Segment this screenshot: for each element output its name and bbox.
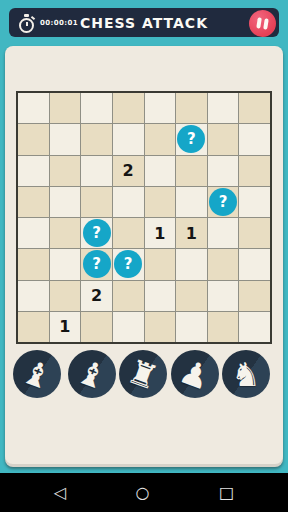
tray-piece-rook-2[interactable]: ♜ — [119, 350, 167, 398]
board-cell-r3c2[interactable] — [81, 187, 112, 217]
board-cell-r4c2[interactable]: ? — [81, 218, 112, 248]
attack-count-clue: 1 — [154, 224, 165, 243]
app-screen: 00:00:01 CHESS ATTACK ?2??11??21 ♝♝♜♟♞ ◁… — [0, 0, 288, 512]
board-cell-r4c6[interactable] — [208, 218, 239, 248]
board-cell-r0c5[interactable] — [176, 93, 207, 123]
board-cell-r0c7[interactable] — [239, 93, 270, 123]
board-cell-r7c7[interactable] — [239, 312, 270, 342]
board-cell-r1c5[interactable]: ? — [176, 124, 207, 154]
hidden-piece-token[interactable]: ? — [177, 125, 205, 153]
tray-piece-bishop-1[interactable]: ♝ — [68, 350, 116, 398]
board-cell-r6c3[interactable] — [113, 281, 144, 311]
board-cell-r6c7[interactable] — [239, 281, 270, 311]
pause-icon — [256, 17, 269, 30]
board-cell-r3c0[interactable] — [18, 187, 49, 217]
bishop-icon: ♝ — [72, 353, 111, 394]
page-title: CHESS ATTACK — [9, 15, 279, 31]
board-cell-r2c7[interactable] — [239, 156, 270, 186]
board-cell-r3c1[interactable] — [50, 187, 81, 217]
tray-piece-bishop-0[interactable]: ♝ — [13, 350, 61, 398]
board-cell-r4c1[interactable] — [50, 218, 81, 248]
board-cell-r1c7[interactable] — [239, 124, 270, 154]
board-cell-r0c4[interactable] — [145, 93, 176, 123]
hidden-piece-token[interactable]: ? — [114, 250, 142, 278]
rook-icon: ♜ — [123, 353, 162, 394]
board-cell-r4c4[interactable]: 1 — [145, 218, 176, 248]
knight-icon: ♞ — [231, 358, 261, 391]
board-cell-r0c3[interactable] — [113, 93, 144, 123]
board-cell-r5c1[interactable] — [50, 249, 81, 279]
board-cell-r6c6[interactable] — [208, 281, 239, 311]
board-cell-r2c4[interactable] — [145, 156, 176, 186]
board-cell-r1c0[interactable] — [18, 124, 49, 154]
board-cell-r7c6[interactable] — [208, 312, 239, 342]
hidden-piece-token[interactable]: ? — [83, 250, 111, 278]
board-cell-r7c4[interactable] — [145, 312, 176, 342]
board-cell-r7c5[interactable] — [176, 312, 207, 342]
board-cell-r5c6[interactable] — [208, 249, 239, 279]
board-cell-r7c2[interactable] — [81, 312, 112, 342]
board-cell-r5c5[interactable] — [176, 249, 207, 279]
game-header: 00:00:01 CHESS ATTACK — [9, 8, 279, 37]
attack-count-clue: 2 — [123, 161, 134, 180]
board-cell-r4c3[interactable] — [113, 218, 144, 248]
board-cell-r4c7[interactable] — [239, 218, 270, 248]
board-cell-r7c0[interactable] — [18, 312, 49, 342]
home-icon[interactable]: ○ — [136, 485, 150, 501]
board-cell-r6c5[interactable] — [176, 281, 207, 311]
board-cell-r1c2[interactable] — [81, 124, 112, 154]
board-cell-r0c2[interactable] — [81, 93, 112, 123]
board-cell-r7c1[interactable]: 1 — [50, 312, 81, 342]
board-cell-r3c7[interactable] — [239, 187, 270, 217]
board-cell-r6c2[interactable]: 2 — [81, 281, 112, 311]
board-cell-r6c0[interactable] — [18, 281, 49, 311]
board-cell-r3c5[interactable] — [176, 187, 207, 217]
board-cell-r7c3[interactable] — [113, 312, 144, 342]
tray-piece-pawn-3[interactable]: ♟ — [171, 350, 219, 398]
pause-button[interactable] — [249, 10, 276, 37]
puzzle-board: ?2??11??21 — [16, 91, 272, 344]
bishop-icon: ♝ — [17, 353, 56, 394]
board-cell-r4c0[interactable] — [18, 218, 49, 248]
board-cell-r5c2[interactable]: ? — [81, 249, 112, 279]
board-cell-r1c4[interactable] — [145, 124, 176, 154]
board-cell-r3c4[interactable] — [145, 187, 176, 217]
board-cell-r0c1[interactable] — [50, 93, 81, 123]
board-cell-r5c7[interactable] — [239, 249, 270, 279]
attack-count-clue: 1 — [59, 317, 70, 336]
board-cell-r6c1[interactable] — [50, 281, 81, 311]
recents-icon[interactable]: □ — [219, 485, 234, 501]
board-cell-r3c6[interactable]: ? — [208, 187, 239, 217]
board-cell-r6c4[interactable] — [145, 281, 176, 311]
board-cell-r1c1[interactable] — [50, 124, 81, 154]
board-cell-r5c4[interactable] — [145, 249, 176, 279]
board-cell-r1c6[interactable] — [208, 124, 239, 154]
board-cell-r0c6[interactable] — [208, 93, 239, 123]
board-cell-r2c0[interactable] — [18, 156, 49, 186]
board-cell-r2c3[interactable]: 2 — [113, 156, 144, 186]
board-cell-r3c3[interactable] — [113, 187, 144, 217]
board-cell-r1c3[interactable] — [113, 124, 144, 154]
hidden-piece-token[interactable]: ? — [209, 188, 237, 216]
board-cell-r2c6[interactable] — [208, 156, 239, 186]
board-cell-r0c0[interactable] — [18, 93, 49, 123]
back-icon[interactable]: ◁ — [54, 485, 66, 501]
board-cell-r2c2[interactable] — [81, 156, 112, 186]
hidden-piece-token[interactable]: ? — [83, 219, 111, 247]
tray-piece-knight-4[interactable]: ♞ — [222, 350, 270, 398]
board-cell-r5c3[interactable]: ? — [113, 249, 144, 279]
piece-tray: ♝♝♜♟♞ — [0, 350, 288, 398]
attack-count-clue: 1 — [186, 224, 197, 243]
board-cell-r2c1[interactable] — [50, 156, 81, 186]
board-cell-r4c5[interactable]: 1 — [176, 218, 207, 248]
pawn-icon: ♟ — [175, 353, 214, 394]
board-cell-r5c0[interactable] — [18, 249, 49, 279]
attack-count-clue: 2 — [91, 286, 102, 305]
android-navbar: ◁ ○ □ — [0, 473, 288, 512]
board-cell-r2c5[interactable] — [176, 156, 207, 186]
